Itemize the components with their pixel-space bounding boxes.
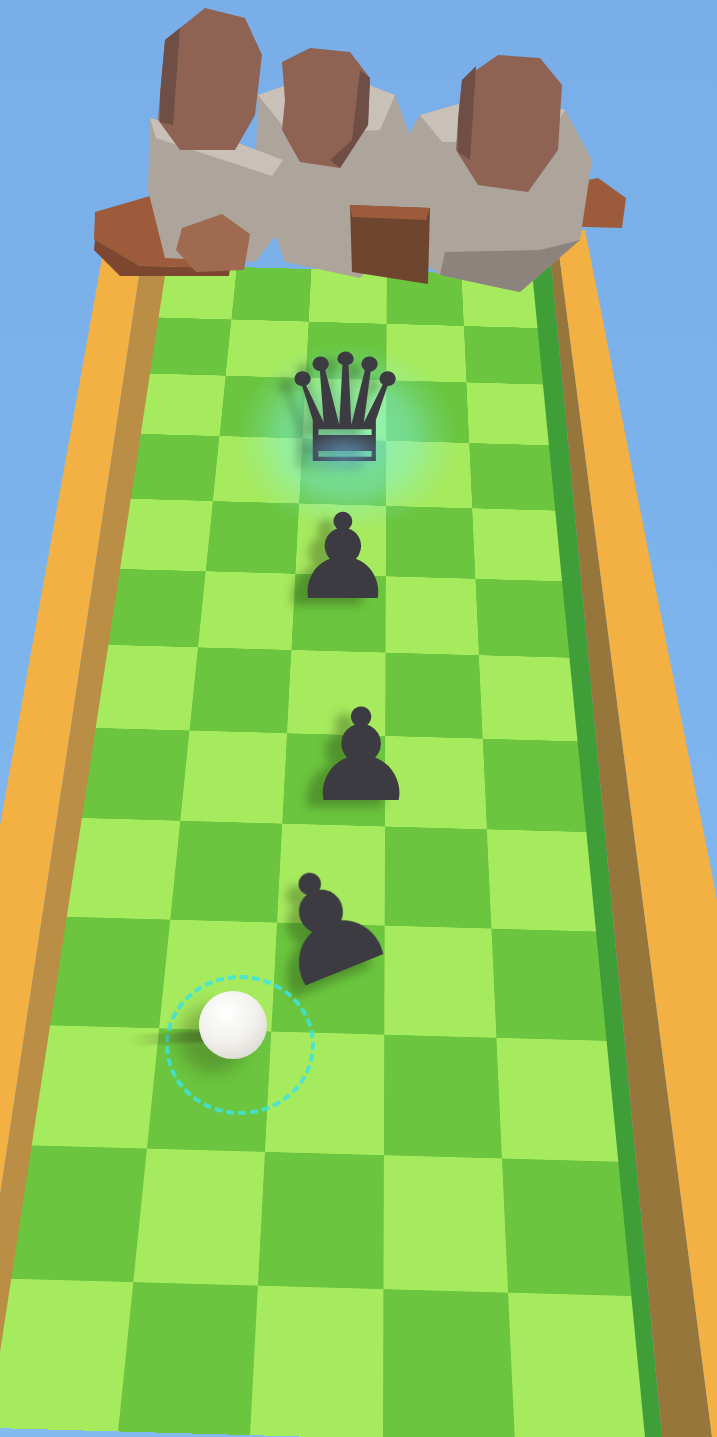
board-square xyxy=(487,829,598,931)
board-square xyxy=(118,1282,258,1435)
game-scene: ♛♟♟♟ xyxy=(0,0,717,1437)
board-square xyxy=(250,1286,383,1437)
board-square xyxy=(92,645,198,730)
board-square xyxy=(385,506,475,579)
board-square xyxy=(479,655,580,741)
board-square xyxy=(136,374,225,437)
black-queen: ♛ xyxy=(278,351,412,468)
board-square xyxy=(154,265,237,320)
board-square xyxy=(0,1279,133,1432)
board-square xyxy=(464,326,547,385)
board-square xyxy=(483,738,589,831)
black-pawn: ♟ xyxy=(290,511,396,603)
board-square xyxy=(63,818,180,920)
black-pawn: ♟ xyxy=(304,706,419,806)
board-square xyxy=(469,443,558,511)
board-square xyxy=(461,273,541,328)
board-square xyxy=(47,916,170,1028)
board-square xyxy=(502,1158,633,1296)
golf-ball[interactable] xyxy=(199,991,267,1059)
board-square xyxy=(105,569,206,648)
board-square xyxy=(491,928,608,1040)
board-square xyxy=(383,1155,508,1292)
board-square xyxy=(496,1038,620,1162)
board-square xyxy=(133,1148,265,1285)
board-square xyxy=(116,499,213,572)
board-square xyxy=(475,579,572,658)
board-square xyxy=(386,271,463,326)
board-square xyxy=(309,269,387,324)
board-square xyxy=(383,1289,515,1437)
board-square xyxy=(384,826,491,928)
board-square xyxy=(384,1035,502,1159)
board-square xyxy=(508,1293,647,1437)
board-square xyxy=(127,434,220,501)
board-square xyxy=(9,1145,147,1282)
board-square xyxy=(78,728,189,821)
board-square xyxy=(385,576,479,655)
board-square xyxy=(206,501,300,574)
board-square xyxy=(466,382,552,445)
board-square xyxy=(258,1152,383,1289)
board-square xyxy=(180,730,287,823)
board-square xyxy=(231,267,311,322)
board-square xyxy=(198,571,296,650)
board-square xyxy=(146,317,232,375)
board-square xyxy=(472,508,565,581)
board-square xyxy=(190,648,292,733)
